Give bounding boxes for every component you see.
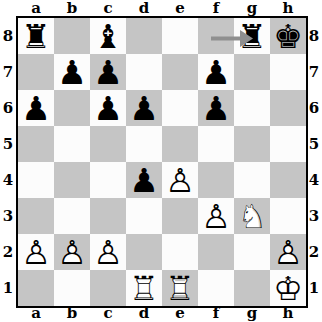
file-label-c-bottom: c: [90, 305, 126, 321]
square-c2[interactable]: ♟♙: [90, 234, 126, 270]
square-a3[interactable]: [18, 198, 54, 234]
square-g3[interactable]: ♞♘: [234, 198, 270, 234]
square-d6[interactable]: ♟: [126, 90, 162, 126]
chess-diagram: ♜♝♜♚♟♟♟♟♟♟♟♟♟♙♟♙♞♘♟♙♟♙♟♙♟♙♜♖♜♖♚♔ aabbccd…: [0, 0, 322, 322]
square-f2[interactable]: [198, 234, 234, 270]
white-knight-g3: ♞♘: [234, 198, 270, 234]
square-d1[interactable]: ♜♖: [126, 270, 162, 306]
square-e3[interactable]: [162, 198, 198, 234]
file-label-d-bottom: d: [126, 305, 162, 321]
square-h8[interactable]: ♚: [270, 18, 306, 54]
square-a1[interactable]: [18, 270, 54, 306]
file-label-e-top: e: [162, 0, 198, 16]
rank-label-6-left: 6: [0, 90, 16, 126]
square-c6[interactable]: ♟: [90, 90, 126, 126]
square-g2[interactable]: [234, 234, 270, 270]
square-b1[interactable]: [54, 270, 90, 306]
file-label-d-top: d: [126, 0, 162, 16]
square-b8[interactable]: [54, 18, 90, 54]
file-label-f-bottom: f: [198, 305, 234, 321]
rank-label-2-left: 2: [0, 234, 16, 270]
rank-label-7-right: 7: [306, 54, 322, 90]
piece-outline-layer: ♔: [270, 270, 306, 306]
black-pawn-c7: ♟: [90, 54, 126, 90]
square-b3[interactable]: [54, 198, 90, 234]
square-h4[interactable]: [270, 162, 306, 198]
square-g1[interactable]: [234, 270, 270, 306]
square-h5[interactable]: [270, 126, 306, 162]
white-pawn-f3: ♟♙: [198, 198, 234, 234]
square-d7[interactable]: [126, 54, 162, 90]
file-label-a-bottom: a: [18, 305, 54, 321]
piece-outline-layer: ♘: [234, 198, 270, 234]
square-g5[interactable]: [234, 126, 270, 162]
rank-label-3-right: 3: [306, 198, 322, 234]
file-label-f-top: f: [198, 0, 234, 16]
white-pawn-c2: ♟♙: [90, 234, 126, 270]
square-f7[interactable]: ♟: [198, 54, 234, 90]
chess-board: ♜♝♜♚♟♟♟♟♟♟♟♟♟♙♟♙♞♘♟♙♟♙♟♙♟♙♜♖♜♖♚♔: [16, 16, 308, 308]
square-e7[interactable]: [162, 54, 198, 90]
square-a4[interactable]: [18, 162, 54, 198]
square-h1[interactable]: ♚♔: [270, 270, 306, 306]
square-c5[interactable]: [90, 126, 126, 162]
square-d8[interactable]: [126, 18, 162, 54]
square-h6[interactable]: [270, 90, 306, 126]
piece-outline-layer: ♙: [54, 234, 90, 270]
file-label-b-top: b: [54, 0, 90, 16]
white-king-h1: ♚♔: [270, 270, 306, 306]
rank-label-3-left: 3: [0, 198, 16, 234]
square-e1[interactable]: ♜♖: [162, 270, 198, 306]
piece-outline-layer: ♙: [162, 162, 198, 198]
square-h2[interactable]: ♟♙: [270, 234, 306, 270]
square-e5[interactable]: [162, 126, 198, 162]
square-g4[interactable]: [234, 162, 270, 198]
square-e4[interactable]: ♟♙: [162, 162, 198, 198]
square-f4[interactable]: [198, 162, 234, 198]
file-label-b-bottom: b: [54, 305, 90, 321]
black-king-h8: ♚: [270, 18, 306, 54]
square-a2[interactable]: ♟♙: [18, 234, 54, 270]
square-f6[interactable]: ♟: [198, 90, 234, 126]
square-c8[interactable]: ♝: [90, 18, 126, 54]
black-pawn-f7: ♟: [198, 54, 234, 90]
black-rook-g8: ♜: [234, 18, 270, 54]
rank-label-8-right: 8: [306, 18, 322, 54]
square-d4[interactable]: ♟: [126, 162, 162, 198]
square-f1[interactable]: [198, 270, 234, 306]
square-a6[interactable]: ♟: [18, 90, 54, 126]
square-g7[interactable]: [234, 54, 270, 90]
square-b4[interactable]: [54, 162, 90, 198]
square-d5[interactable]: [126, 126, 162, 162]
white-pawn-b2: ♟♙: [54, 234, 90, 270]
file-label-g-bottom: g: [234, 305, 270, 321]
piece-outline-layer: ♙: [198, 198, 234, 234]
square-d3[interactable]: [126, 198, 162, 234]
piece-outline-layer: ♖: [126, 270, 162, 306]
black-rook-a8: ♜: [18, 18, 54, 54]
square-f3[interactable]: ♟♙: [198, 198, 234, 234]
rank-label-4-right: 4: [306, 162, 322, 198]
white-pawn-h2: ♟♙: [270, 234, 306, 270]
square-a8[interactable]: ♜: [18, 18, 54, 54]
file-label-c-top: c: [90, 0, 126, 16]
black-pawn-d6: ♟: [126, 90, 162, 126]
square-b2[interactable]: ♟♙: [54, 234, 90, 270]
piece-outline-layer: ♙: [18, 234, 54, 270]
file-label-h-top: h: [270, 0, 306, 16]
rank-label-4-left: 4: [0, 162, 16, 198]
square-f8[interactable]: [198, 18, 234, 54]
file-label-h-bottom: h: [270, 305, 306, 321]
square-c7[interactable]: ♟: [90, 54, 126, 90]
rank-label-5-right: 5: [306, 126, 322, 162]
file-label-g-top: g: [234, 0, 270, 16]
rank-label-8-left: 8: [0, 18, 16, 54]
white-rook-e1: ♜♖: [162, 270, 198, 306]
square-a7[interactable]: [18, 54, 54, 90]
square-b5[interactable]: [54, 126, 90, 162]
black-pawn-b7: ♟: [54, 54, 90, 90]
black-pawn-a6: ♟: [18, 90, 54, 126]
black-pawn-f6: ♟: [198, 90, 234, 126]
square-f5[interactable]: [198, 126, 234, 162]
rank-label-1-right: 1: [306, 270, 322, 306]
square-a5[interactable]: [18, 126, 54, 162]
rank-label-6-right: 6: [306, 90, 322, 126]
square-b6[interactable]: [54, 90, 90, 126]
square-c3[interactable]: [90, 198, 126, 234]
black-pawn-d4: ♟: [126, 162, 162, 198]
square-e6[interactable]: [162, 90, 198, 126]
black-bishop-c8: ♝: [90, 18, 126, 54]
square-g6[interactable]: [234, 90, 270, 126]
black-pawn-c6: ♟: [90, 90, 126, 126]
square-b7[interactable]: ♟: [54, 54, 90, 90]
piece-outline-layer: ♖: [162, 270, 198, 306]
rank-label-7-left: 7: [0, 54, 16, 90]
square-d2[interactable]: [126, 234, 162, 270]
piece-outline-layer: ♙: [90, 234, 126, 270]
rank-label-2-right: 2: [306, 234, 322, 270]
square-c1[interactable]: [90, 270, 126, 306]
square-g8[interactable]: ♜: [234, 18, 270, 54]
square-h3[interactable]: [270, 198, 306, 234]
square-e2[interactable]: [162, 234, 198, 270]
white-rook-d1: ♜♖: [126, 270, 162, 306]
white-pawn-a2: ♟♙: [18, 234, 54, 270]
square-c4[interactable]: [90, 162, 126, 198]
file-label-e-bottom: e: [162, 305, 198, 321]
square-h7[interactable]: [270, 54, 306, 90]
white-pawn-e4: ♟♙: [162, 162, 198, 198]
rank-label-5-left: 5: [0, 126, 16, 162]
square-e8[interactable]: [162, 18, 198, 54]
piece-outline-layer: ♙: [270, 234, 306, 270]
file-label-a-top: a: [18, 0, 54, 16]
rank-label-1-left: 1: [0, 270, 16, 306]
